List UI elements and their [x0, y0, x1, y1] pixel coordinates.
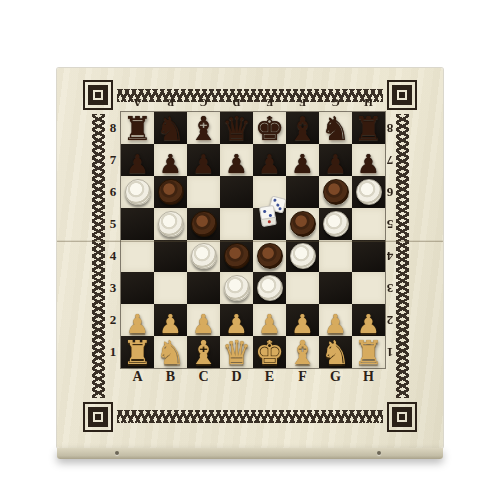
chess-board: ABCDEFGH ABCDEFGH 87654321 87654321 ♜♞♝♛… — [57, 68, 443, 448]
square-e4[interactable] — [253, 240, 286, 272]
dark-knight-g8[interactable]: ♞ — [321, 115, 351, 143]
square-f6[interactable] — [286, 176, 319, 208]
square-d5[interactable] — [220, 208, 253, 240]
die-front-face — [261, 217, 277, 227]
light-pawn-b2[interactable]: ♟ — [159, 313, 182, 335]
square-e3[interactable] — [253, 272, 286, 304]
square-g8[interactable]: ♞ — [319, 112, 352, 144]
hinge-screw — [115, 451, 119, 455]
white-checker-d3[interactable] — [224, 275, 250, 301]
light-pawn-g2[interactable]: ♟ — [324, 313, 347, 335]
dark-checker-e4[interactable] — [257, 243, 283, 269]
dark-rook-h8[interactable]: ♜ — [354, 115, 384, 143]
square-f1[interactable]: ♝ — [286, 336, 319, 368]
corner-ornament-bottom-right — [387, 402, 417, 432]
square-d4[interactable] — [220, 240, 253, 272]
square-g1[interactable]: ♞ — [319, 336, 352, 368]
square-h2[interactable]: ♟ — [352, 304, 385, 336]
square-e7[interactable]: ♟ — [253, 144, 286, 176]
square-c6[interactable] — [187, 176, 220, 208]
clasp-screw — [377, 451, 381, 455]
rank-label-left-7: 7 — [105, 144, 121, 176]
square-g3[interactable] — [319, 272, 352, 304]
braid-border-left — [92, 114, 105, 398]
square-d6[interactable] — [220, 176, 253, 208]
die-pip — [278, 206, 282, 210]
square-b8[interactable]: ♞ — [154, 112, 187, 144]
light-bishop-c1[interactable]: ♝ — [189, 339, 219, 367]
square-g6[interactable] — [319, 176, 352, 208]
rank-label-left-8: 8 — [105, 112, 121, 144]
file-label-top-g: G — [319, 97, 352, 109]
light-rook-a1[interactable]: ♜ — [123, 339, 153, 367]
dark-pawn-f7[interactable]: ♟ — [291, 153, 314, 175]
file-label-top-e: E — [253, 97, 286, 109]
square-b6[interactable] — [154, 176, 187, 208]
dark-pawn-e7[interactable]: ♟ — [258, 153, 281, 175]
dark-pawn-g7[interactable]: ♟ — [324, 153, 347, 175]
square-b5[interactable] — [154, 208, 187, 240]
white-checker-a6[interactable] — [125, 179, 151, 205]
white-checker-b5[interactable] — [158, 211, 184, 237]
light-king-e1[interactable]: ♚ — [255, 339, 285, 367]
square-f2[interactable]: ♟ — [286, 304, 319, 336]
square-a2[interactable]: ♟ — [121, 304, 154, 336]
rank-label-left-4: 4 — [105, 240, 121, 272]
rank-label-left-1: 1 — [105, 336, 121, 368]
square-e6[interactable] — [253, 176, 286, 208]
square-c2[interactable]: ♟ — [187, 304, 220, 336]
dark-bishop-f8[interactable]: ♝ — [288, 115, 318, 143]
square-a1[interactable]: ♜ — [121, 336, 154, 368]
light-knight-g1[interactable]: ♞ — [321, 339, 351, 367]
rank-label-left-5: 5 — [105, 208, 121, 240]
light-pawn-a2[interactable]: ♟ — [126, 313, 149, 335]
square-b4[interactable] — [154, 240, 187, 272]
dark-pawn-a7[interactable]: ♟ — [126, 153, 149, 175]
square-a5[interactable] — [121, 208, 154, 240]
square-d2[interactable]: ♟ — [220, 304, 253, 336]
square-f4[interactable] — [286, 240, 319, 272]
box-front-edge — [57, 448, 443, 459]
square-c3[interactable] — [187, 272, 220, 304]
corner-ornament-top-right — [387, 80, 417, 110]
square-g5[interactable] — [319, 208, 352, 240]
board-photo: ABCDEFGH ABCDEFGH 87654321 87654321 ♜♞♝♛… — [0, 0, 500, 500]
die-pip — [263, 210, 266, 213]
dark-knight-b8[interactable]: ♞ — [156, 115, 186, 143]
file-label-top-c: C — [187, 97, 220, 109]
file-label-top-b: B — [154, 97, 187, 109]
white-checker-e3[interactable] — [257, 275, 283, 301]
light-rook-h1[interactable]: ♜ — [354, 339, 384, 367]
white-checker-g5[interactable] — [323, 211, 349, 237]
square-e1[interactable]: ♚ — [253, 336, 286, 368]
dark-king-e8[interactable]: ♚ — [255, 115, 285, 143]
light-bishop-f1[interactable]: ♝ — [288, 339, 318, 367]
square-b1[interactable]: ♞ — [154, 336, 187, 368]
square-a8[interactable]: ♜ — [121, 112, 154, 144]
dark-checker-c5[interactable] — [191, 211, 217, 237]
file-label-top-h: H — [352, 97, 385, 109]
light-pawn-h2[interactable]: ♟ — [357, 313, 380, 335]
dark-checker-g6[interactable] — [323, 179, 349, 205]
dark-rook-a8[interactable]: ♜ — [123, 115, 153, 143]
file-label-top-f: F — [286, 97, 319, 109]
square-c4[interactable] — [187, 240, 220, 272]
dark-pawn-c7[interactable]: ♟ — [192, 153, 215, 175]
dark-bishop-c8[interactable]: ♝ — [189, 115, 219, 143]
square-e2[interactable]: ♟ — [253, 304, 286, 336]
rank-label-left-6: 6 — [105, 176, 121, 208]
rank-label-left-3: 3 — [105, 272, 121, 304]
square-d7[interactable]: ♟ — [220, 144, 253, 176]
dark-checker-f5[interactable] — [290, 211, 316, 237]
square-b3[interactable] — [154, 272, 187, 304]
square-a3[interactable] — [121, 272, 154, 304]
square-h3[interactable] — [352, 272, 385, 304]
square-a7[interactable]: ♟ — [121, 144, 154, 176]
corner-ornament-top-left — [83, 80, 113, 110]
square-h4[interactable] — [352, 240, 385, 272]
square-c7[interactable]: ♟ — [187, 144, 220, 176]
square-c8[interactable]: ♝ — [187, 112, 220, 144]
braid-border-bottom — [117, 410, 383, 423]
play-area: ♜♞♝♛♚♝♞♜♟♟♟♟♟♟♟♟♟♟♟♟♟♟♟♟♜♞♝♛♚♝♞♜ — [121, 112, 385, 368]
dark-queen-d8[interactable]: ♛ — [222, 115, 252, 143]
file-label-top-d: D — [220, 97, 253, 109]
square-f5[interactable] — [286, 208, 319, 240]
square-g4[interactable] — [319, 240, 352, 272]
light-pawn-e2[interactable]: ♟ — [258, 313, 281, 335]
square-h6[interactable] — [352, 176, 385, 208]
square-e8[interactable]: ♚ — [253, 112, 286, 144]
square-c1[interactable]: ♝ — [187, 336, 220, 368]
corner-ornament-bottom-left — [83, 402, 113, 432]
light-knight-b1[interactable]: ♞ — [156, 339, 186, 367]
square-d1[interactable]: ♛ — [220, 336, 253, 368]
light-pawn-c2[interactable]: ♟ — [192, 313, 215, 335]
square-f7[interactable]: ♟ — [286, 144, 319, 176]
square-b7[interactable]: ♟ — [154, 144, 187, 176]
square-h7[interactable]: ♟ — [352, 144, 385, 176]
light-queen-d1[interactable]: ♛ — [222, 339, 252, 367]
dark-pawn-d7[interactable]: ♟ — [225, 153, 248, 175]
square-a4[interactable] — [121, 240, 154, 272]
rank-label-left-2: 2 — [105, 304, 121, 336]
dark-checker-b6[interactable] — [158, 179, 184, 205]
dark-pawn-h7[interactable]: ♟ — [357, 153, 380, 175]
square-f3[interactable] — [286, 272, 319, 304]
light-pawn-d2[interactable]: ♟ — [225, 313, 248, 335]
square-h8[interactable]: ♜ — [352, 112, 385, 144]
square-d8[interactable]: ♛ — [220, 112, 253, 144]
dark-checker-d4[interactable] — [224, 243, 250, 269]
square-g2[interactable]: ♟ — [319, 304, 352, 336]
white-checker-h6[interactable] — [356, 179, 382, 205]
white-checker-c4[interactable] — [191, 243, 217, 269]
square-h5[interactable] — [352, 208, 385, 240]
die-pip-red — [267, 220, 270, 223]
dark-pawn-b7[interactable]: ♟ — [159, 153, 182, 175]
light-pawn-f2[interactable]: ♟ — [291, 313, 314, 335]
square-f8[interactable]: ♝ — [286, 112, 319, 144]
square-h1[interactable]: ♜ — [352, 336, 385, 368]
die-e5[interactable] — [259, 205, 276, 222]
square-c5[interactable] — [187, 208, 220, 240]
file-label-top-a: A — [121, 97, 154, 109]
white-checker-f4[interactable] — [290, 243, 316, 269]
square-a6[interactable] — [121, 176, 154, 208]
square-d3[interactable] — [220, 272, 253, 304]
square-g7[interactable]: ♟ — [319, 144, 352, 176]
square-b2[interactable]: ♟ — [154, 304, 187, 336]
